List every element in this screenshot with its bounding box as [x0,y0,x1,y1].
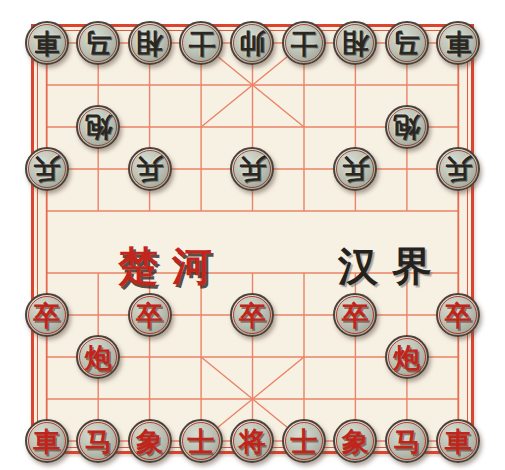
board-cell: 兵 [124,148,175,190]
board-cell: 炮 [72,106,123,148]
piece-red-soldier[interactable]: 卒 [230,293,274,337]
board-cell: 士 [278,22,329,64]
piece-glyph: 卒 [136,302,163,329]
piece-glyph: 相 [342,30,369,57]
board-cell: 马 [381,22,432,64]
piece-glyph: 象 [342,428,369,455]
piece-red-soldier[interactable]: 卒 [128,293,172,337]
board-cell: 卒 [21,294,72,336]
piece-black-elephant[interactable]: 相 [128,21,172,65]
piece-glyph: 马 [393,30,420,57]
board-cell: 兵 [21,148,72,190]
piece-red-chariot[interactable]: 車 [436,419,480,463]
board-cell: 相 [330,22,381,64]
piece-red-advisor[interactable]: 士 [179,419,223,463]
piece-glyph: 相 [136,30,163,57]
piece-black-soldier[interactable]: 兵 [230,147,274,191]
board-cell: 士 [175,22,226,64]
piece-black-soldier[interactable]: 兵 [25,147,69,191]
piece-black-chariot[interactable]: 車 [436,21,480,65]
board-cell: 将 [227,420,278,462]
piece-glyph: 马 [393,428,420,455]
board-cell: 車 [433,420,484,462]
board-cell: 炮 [381,106,432,148]
piece-glyph: 兵 [342,156,369,183]
board-cell: 士 [175,420,226,462]
board-cell: 卒 [330,294,381,336]
piece-glyph: 象 [136,428,163,455]
piece-red-advisor[interactable]: 士 [282,419,326,463]
board-cell: 炮 [72,336,123,378]
board-cell: 車 [21,22,72,64]
board-cell: 象 [124,420,175,462]
piece-red-horse[interactable]: 马 [385,419,429,463]
board-cell: 马 [381,420,432,462]
piece-glyph: 卒 [342,302,369,329]
piece-glyph: 炮 [393,114,420,141]
piece-glyph: 马 [85,428,112,455]
piece-black-chariot[interactable]: 車 [25,21,69,65]
board-cell: 马 [72,22,123,64]
board-cell: 車 [433,22,484,64]
piece-glyph: 士 [290,428,317,455]
board-cell: 马 [72,420,123,462]
piece-red-elephant[interactable]: 象 [333,419,377,463]
piece-glyph: 将 [239,428,266,455]
piece-glyph: 卒 [239,302,266,329]
board-cell: 相 [124,22,175,64]
board-cell: 帅 [227,22,278,64]
piece-glyph: 車 [445,30,472,57]
piece-glyph: 炮 [393,344,420,371]
board-cell: 卒 [227,294,278,336]
piece-red-soldier[interactable]: 卒 [25,293,69,337]
piece-black-cannon[interactable]: 炮 [385,105,429,149]
piece-red-elephant[interactable]: 象 [128,419,172,463]
piece-black-soldier[interactable]: 兵 [333,147,377,191]
piece-glyph: 兵 [239,156,266,183]
piece-black-horse[interactable]: 马 [385,21,429,65]
board-cell: 象 [330,420,381,462]
piece-red-chariot[interactable]: 車 [25,419,69,463]
piece-black-advisor[interactable]: 士 [282,21,326,65]
piece-red-horse[interactable]: 马 [76,419,120,463]
board-cell: 卒 [433,294,484,336]
piece-glyph: 卒 [445,302,472,329]
piece-glyph: 士 [290,30,317,57]
piece-glyph: 兵 [33,156,60,183]
piece-glyph: 兵 [136,156,163,183]
board-cell: 炮 [381,336,432,378]
piece-black-advisor[interactable]: 士 [179,21,223,65]
piece-glyph: 炮 [85,114,112,141]
piece-red-cannon[interactable]: 炮 [76,335,120,379]
piece-black-soldier[interactable]: 兵 [128,147,172,191]
piece-red-cannon[interactable]: 炮 [385,335,429,379]
board-grid: 車马相士帅士相马車炮炮兵兵兵兵兵卒卒卒卒卒炮炮車马象士将士象马車 [21,22,484,462]
piece-glyph: 帅 [239,30,266,57]
piece-black-elephant[interactable]: 相 [333,21,377,65]
board-cell: 兵 [433,148,484,190]
piece-glyph: 兵 [445,156,472,183]
board-cell: 車 [21,420,72,462]
piece-black-general[interactable]: 帅 [230,21,274,65]
xiangqi-board: 楚河 汉界 車马相士帅士相马車炮炮兵兵兵兵兵卒卒卒卒卒炮炮車马象士将士象马車 [21,22,484,462]
piece-red-soldier[interactable]: 卒 [333,293,377,337]
piece-glyph: 車 [445,428,472,455]
board-cell: 士 [278,420,329,462]
board-cell: 卒 [124,294,175,336]
piece-glyph: 車 [33,30,60,57]
piece-glyph: 士 [188,428,215,455]
piece-black-horse[interactable]: 马 [76,21,120,65]
piece-black-soldier[interactable]: 兵 [436,147,480,191]
piece-glyph: 马 [85,30,112,57]
piece-glyph: 車 [33,428,60,455]
board-cell: 兵 [330,148,381,190]
piece-black-cannon[interactable]: 炮 [76,105,120,149]
piece-glyph: 卒 [33,302,60,329]
piece-red-general[interactable]: 将 [230,419,274,463]
piece-red-soldier[interactable]: 卒 [436,293,480,337]
piece-glyph: 士 [188,30,215,57]
board-cell: 兵 [227,148,278,190]
piece-glyph: 炮 [85,344,112,371]
